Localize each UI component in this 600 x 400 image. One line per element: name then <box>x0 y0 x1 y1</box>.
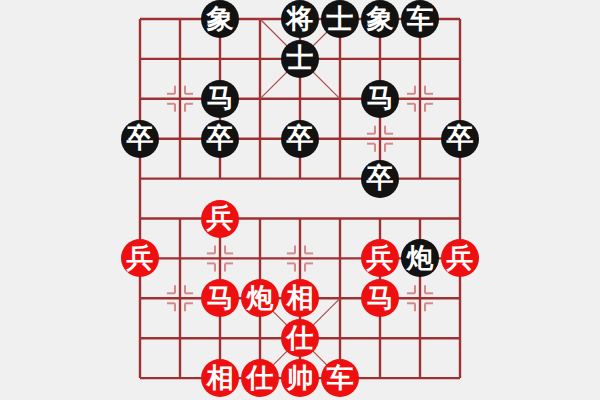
piece-red-soldier[interactable]: 兵 <box>121 239 159 277</box>
piece-red-horse[interactable]: 马 <box>361 279 399 317</box>
piece-red-horse[interactable]: 马 <box>201 279 239 317</box>
piece-red-chariot[interactable]: 车 <box>321 359 359 397</box>
piece-black-cannon[interactable]: 炮 <box>401 239 439 277</box>
piece-red-elephant[interactable]: 相 <box>281 279 319 317</box>
piece-black-soldier[interactable]: 卒 <box>121 120 159 158</box>
piece-red-general[interactable]: 帅 <box>281 359 319 397</box>
piece-red-soldier[interactable]: 兵 <box>441 239 479 277</box>
piece-black-horse[interactable]: 马 <box>201 80 239 118</box>
piece-black-elephant[interactable]: 象 <box>201 0 239 38</box>
piece-black-soldier[interactable]: 卒 <box>361 160 399 198</box>
piece-red-cannon[interactable]: 炮 <box>241 279 279 317</box>
piece-red-soldier[interactable]: 兵 <box>361 239 399 277</box>
piece-black-soldier[interactable]: 卒 <box>441 120 479 158</box>
piece-black-advisor[interactable]: 士 <box>281 40 319 78</box>
xiangqi-board: 象将士象车士马马卒卒卒卒卒炮兵兵兵兵马炮相马仕相仕帅车 <box>0 0 600 400</box>
piece-red-soldier[interactable]: 兵 <box>201 200 239 238</box>
piece-red-advisor[interactable]: 仕 <box>241 359 279 397</box>
piece-black-advisor[interactable]: 士 <box>321 0 359 38</box>
piece-black-soldier[interactable]: 卒 <box>281 120 319 158</box>
piece-black-chariot[interactable]: 车 <box>401 0 439 38</box>
piece-red-advisor[interactable]: 仕 <box>281 319 319 357</box>
piece-black-horse[interactable]: 马 <box>361 80 399 118</box>
piece-black-soldier[interactable]: 卒 <box>201 120 239 158</box>
pieces-layer: 象将士象车士马马卒卒卒卒卒炮兵兵兵兵马炮相马仕相仕帅车 <box>0 0 600 400</box>
piece-red-elephant[interactable]: 相 <box>201 359 239 397</box>
piece-black-elephant[interactable]: 象 <box>361 0 399 38</box>
piece-black-general[interactable]: 将 <box>281 0 319 38</box>
